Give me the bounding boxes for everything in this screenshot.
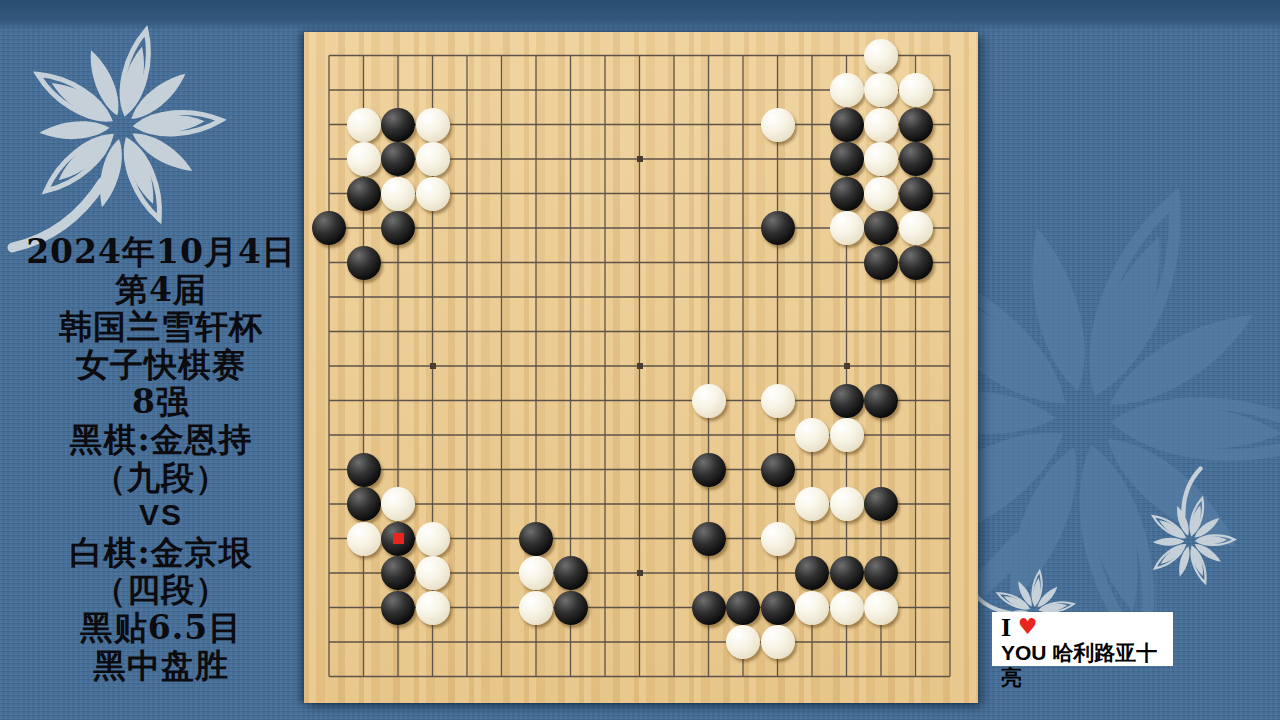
stone-white — [347, 142, 381, 176]
stone-black — [864, 487, 898, 521]
stone-black — [830, 384, 864, 418]
info-line-date: 2024年10月4日 — [0, 233, 322, 271]
stone-white — [519, 556, 553, 590]
star-point — [637, 363, 643, 369]
stone-white — [416, 177, 450, 211]
stone-white — [416, 108, 450, 142]
stone-white — [519, 591, 553, 625]
stone-white — [830, 487, 864, 521]
stone-white — [761, 522, 795, 556]
stone-white — [761, 625, 795, 659]
stone-black — [347, 177, 381, 211]
stone-white — [381, 487, 415, 521]
stone-white — [899, 73, 933, 107]
stone-black — [761, 453, 795, 487]
stone-black — [830, 177, 864, 211]
stone-black — [381, 211, 415, 245]
stone-white — [692, 384, 726, 418]
stone-black — [554, 591, 588, 625]
stone-black — [554, 556, 588, 590]
stone-black — [692, 522, 726, 556]
stone-black — [347, 246, 381, 280]
stone-black — [761, 211, 795, 245]
star-point — [637, 570, 643, 576]
stone-white — [864, 591, 898, 625]
stone-white — [830, 211, 864, 245]
info-line-event: 韩国兰雪轩杯 — [0, 308, 322, 346]
stone-black — [899, 108, 933, 142]
stone-white — [761, 384, 795, 418]
stone-white — [381, 177, 415, 211]
stone-black — [761, 591, 795, 625]
stone-white — [899, 211, 933, 245]
stone-white — [347, 522, 381, 556]
stone-black — [347, 453, 381, 487]
stone-white — [864, 142, 898, 176]
stone-black — [381, 142, 415, 176]
stone-white — [761, 108, 795, 142]
stone-white — [830, 591, 864, 625]
stone-white — [416, 556, 450, 590]
stone-black — [899, 246, 933, 280]
stone-white — [726, 625, 760, 659]
stone-black — [830, 142, 864, 176]
stone-white — [795, 418, 829, 452]
star-point — [430, 363, 436, 369]
info-line-edition: 第4届 — [0, 271, 322, 309]
stone-black — [830, 556, 864, 590]
go-board — [304, 32, 978, 703]
stone-black — [830, 108, 864, 142]
stone-white — [795, 487, 829, 521]
stone-white — [830, 73, 864, 107]
info-line-white-rank: （四段） — [0, 571, 322, 609]
stone-black — [864, 556, 898, 590]
stone-white — [416, 591, 450, 625]
stone-black — [795, 556, 829, 590]
stone-white — [416, 142, 450, 176]
star-point — [637, 156, 643, 162]
watermark-box: I ♥ YOU 哈利路亚十亮 — [992, 612, 1173, 666]
stone-white — [864, 177, 898, 211]
info-line-vs: VS — [0, 496, 322, 534]
watermark-line1: I ♥ — [1001, 614, 1173, 640]
info-line-result: 黑中盘胜 — [0, 647, 322, 685]
stone-black — [726, 591, 760, 625]
watermark-line2: YOU 哈利路亚十亮 — [1001, 640, 1173, 690]
stone-black — [899, 177, 933, 211]
stone-black — [864, 211, 898, 245]
star-point — [844, 363, 850, 369]
stone-white — [795, 591, 829, 625]
stone-black — [381, 556, 415, 590]
stone-black — [692, 453, 726, 487]
stone-black — [692, 591, 726, 625]
stone-white — [347, 108, 381, 142]
stone-white — [864, 108, 898, 142]
heart-icon: ♥ — [1018, 614, 1038, 639]
stone-white — [864, 73, 898, 107]
stone-black — [864, 246, 898, 280]
stone-white — [830, 418, 864, 452]
info-line-black-player: 黑棋:金恩持 — [0, 421, 322, 459]
watermark-i: I — [1001, 613, 1011, 642]
info-line-white-player: 白棋:金京垠 — [0, 534, 322, 572]
tournament-info-panel: 2024年10月4日 第4届 韩国兰雪轩杯 女子快棋赛 8强 黑棋:金恩持 （九… — [0, 233, 322, 684]
stone-black — [381, 108, 415, 142]
last-move-marker — [393, 533, 404, 544]
info-line-stage: 8强 — [0, 383, 322, 421]
stone-black — [381, 591, 415, 625]
stone-black — [312, 211, 346, 245]
stone-black — [347, 487, 381, 521]
stone-black — [864, 384, 898, 418]
info-line-event2: 女子快棋赛 — [0, 346, 322, 384]
stone-black — [899, 142, 933, 176]
stone-white — [864, 39, 898, 73]
stone-white — [416, 522, 450, 556]
info-line-black-rank: （九段） — [0, 459, 322, 497]
stone-black — [519, 522, 553, 556]
info-line-komi: 黑贴6.5目 — [0, 609, 322, 647]
